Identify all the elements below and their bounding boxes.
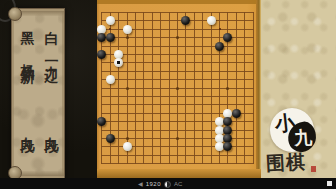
grid-line-v [185,12,186,164]
star-point [176,137,179,140]
star-point [126,36,129,39]
white-stone [106,75,115,84]
grid-line-h [101,96,253,97]
white-stone [106,16,115,25]
grid-line-h [101,163,253,164]
prev-move-button[interactable]: ◀ [138,181,143,188]
black-stone [97,50,106,59]
star-point [176,87,179,90]
star-point [126,137,129,140]
grid-line-v [211,12,212,164]
marker-dot [219,28,221,30]
black-player-rank: 九段 [19,126,35,130]
last-move-marker [117,61,120,64]
black-stone [106,33,115,42]
logo-chars-weiqi: 围棋 [265,149,306,177]
marker-dot [109,28,111,30]
black-stone [106,134,115,143]
player-scroll-card: 白 一力辽 九段 黑 杨鼎新 九段 [11,8,65,179]
grid-line-v [253,12,254,164]
black-player-color-label: 黑 [19,20,35,22]
white-stone [123,142,132,151]
board-top-edge [97,0,261,4]
logo-red-seal [311,166,316,172]
left-background: 白 一力辽 九段 黑 杨鼎新 九段 [0,0,97,178]
go-board [97,0,261,178]
white-stone [207,16,216,25]
scroll-top-knob [8,7,22,21]
grid-line-v [202,12,203,164]
video-control-bar: ◀ 1920 AC [0,178,336,189]
bar-extra-label: AC [174,181,182,188]
black-player-name: 杨鼎新 [19,53,35,59]
black-stone [223,142,232,151]
white-player-rank: 九段 [43,126,59,130]
fullscreen-icon[interactable] [327,181,332,186]
black-stone [232,109,241,118]
grid-line-h [101,155,253,156]
black-stone [223,117,232,126]
star-point [126,87,129,90]
grid-line-v [236,12,237,164]
playback-controls: ◀ 1920 AC [138,180,182,188]
star-point [176,36,179,39]
yin-yang-icon[interactable] [164,181,171,188]
grid-line-v [244,12,245,164]
black-stone [97,117,106,126]
white-player-name: 一力辽 [43,53,59,59]
black-stone [215,42,224,51]
black-stone [223,33,232,42]
black-stone [181,16,190,25]
white-stone [114,58,123,67]
white-player-color-label: 白 [43,20,59,22]
grid-line-h [101,104,253,105]
grid-line-v [194,12,195,164]
logo-char-jiu: 九 [293,125,313,150]
board-bottom-edge [97,169,261,178]
move-counter: 1920 [146,181,161,188]
white-stone [123,25,132,34]
channel-logo: 小 九 围棋 [266,104,318,178]
black-stone [97,33,106,42]
